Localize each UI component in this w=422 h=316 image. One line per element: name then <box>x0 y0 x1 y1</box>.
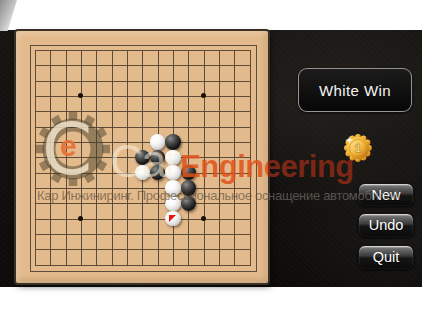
black-stone <box>135 150 151 166</box>
black-stone <box>181 196 197 212</box>
new-game-button[interactable]: New <box>358 183 414 206</box>
first-place-medal-icon: 1 <box>344 134 372 162</box>
game-result-panel: White Win <box>298 68 412 112</box>
black-stone <box>181 180 197 196</box>
undo-button[interactable]: Undo <box>358 213 414 237</box>
game-result-label: White Win <box>319 82 391 99</box>
medal-number: 1 <box>355 142 362 154</box>
undo-button-label: Undo <box>369 217 404 233</box>
white-stone <box>165 150 181 166</box>
white-stone <box>165 196 181 212</box>
quit-button[interactable]: Quit <box>358 245 414 269</box>
black-stone <box>165 134 181 150</box>
white-stone-last-move <box>165 211 181 227</box>
white-stone <box>150 134 166 150</box>
white-stone <box>165 165 181 181</box>
gomoku-board[interactable] <box>16 31 268 283</box>
gomoku-app-window: White Win 1 New Undo Quit <box>0 0 422 316</box>
corner-shade-decoration <box>0 0 17 31</box>
white-stone <box>165 180 181 196</box>
new-game-button-label: New <box>371 187 400 203</box>
last-move-marker-icon <box>169 215 176 222</box>
quit-button-label: Quit <box>373 249 400 265</box>
